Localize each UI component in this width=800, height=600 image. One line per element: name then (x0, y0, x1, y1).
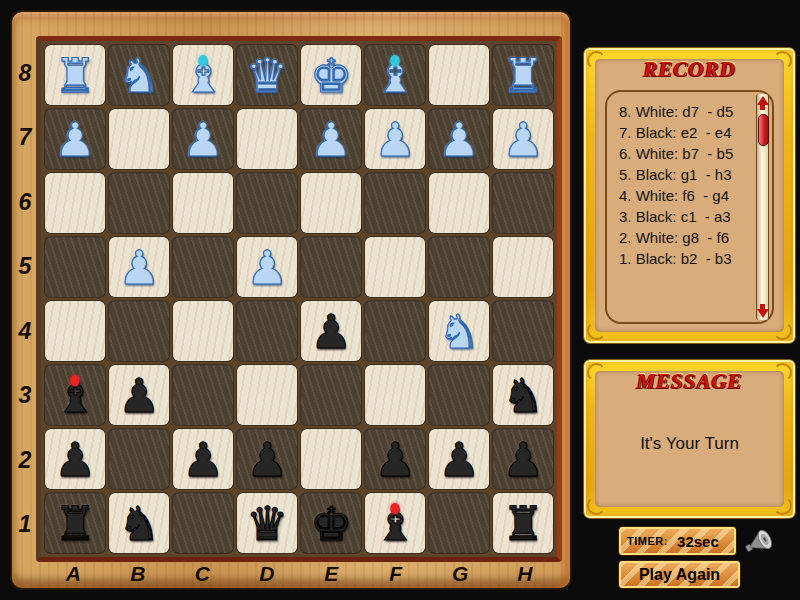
black-pawn[interactable]: ♟ (246, 436, 288, 483)
square-f2[interactable]: ♟ (365, 429, 425, 489)
ornament-corner-icon (587, 51, 606, 70)
move-entry: 3. Black: c1 - a3 (619, 206, 746, 227)
rank-label-5: 5 (14, 235, 36, 300)
chess-board-frame: 87654321 ♜♞♝♛♚♝♜♟♟♟♟♟♟♟♟♟♞♝♟♞♟♟♟♟♟♟♜♞♛♚♝… (10, 10, 572, 590)
black-pawn[interactable]: ♟ (118, 372, 160, 419)
square-b6[interactable] (109, 173, 169, 233)
white-rook[interactable]: ♜ (54, 52, 96, 99)
square-e6[interactable] (301, 173, 361, 233)
square-c1[interactable] (173, 493, 233, 553)
ornament-corner-icon (587, 363, 606, 382)
square-d7[interactable] (237, 109, 297, 169)
square-h3[interactable]: ♞ (493, 365, 553, 425)
square-g8[interactable] (429, 45, 489, 105)
black-pawn[interactable]: ♟ (374, 436, 416, 483)
file-label-h: H (493, 560, 558, 588)
message-title: MESSAGE (584, 369, 795, 394)
file-label-e: E (299, 560, 364, 588)
move-entry: 7. Black: e2 - e4 (619, 122, 746, 143)
bishop-flame-icon (70, 375, 79, 386)
black-rook[interactable]: ♜ (54, 500, 96, 547)
square-c3[interactable] (173, 365, 233, 425)
move-list-box: 8. White: d7 - d57. Black: e2 - e46. Whi… (605, 90, 774, 324)
square-d4[interactable] (237, 301, 297, 361)
square-h2[interactable]: ♟ (493, 429, 553, 489)
square-a1[interactable]: ♜ (45, 493, 105, 553)
black-bishop[interactable]: ♝ (374, 500, 416, 547)
square-g3[interactable] (429, 365, 489, 425)
square-c7[interactable]: ♟ (173, 109, 233, 169)
square-d6[interactable] (237, 173, 297, 233)
black-knight[interactable]: ♞ (118, 500, 160, 547)
square-e5[interactable] (301, 237, 361, 297)
record-title: RECORD (584, 57, 795, 82)
move-entry: 6. White: b7 - b5 (619, 143, 746, 164)
black-bishop[interactable]: ♝ (54, 372, 96, 419)
square-f3[interactable] (365, 365, 425, 425)
record-scrollbar[interactable] (756, 94, 769, 320)
move-entry: 2. White: g8 - f6 (619, 227, 746, 248)
square-c8[interactable]: ♝ (173, 45, 233, 105)
square-f4[interactable] (365, 301, 425, 361)
move-entry: 4. White: f6 - g4 (619, 185, 746, 206)
bishop-flame-icon (390, 55, 399, 66)
timer-label: TIMER: (627, 535, 668, 547)
black-knight[interactable]: ♞ (502, 372, 544, 419)
white-pawn[interactable]: ♟ (310, 116, 352, 163)
black-pawn[interactable]: ♟ (54, 436, 96, 483)
bishop-flame-icon (390, 503, 399, 514)
square-a6[interactable] (45, 173, 105, 233)
square-c2[interactable]: ♟ (173, 429, 233, 489)
square-h1[interactable]: ♜ (493, 493, 553, 553)
black-pawn[interactable]: ♟ (502, 436, 544, 483)
file-labels: ABCDEFGH (41, 560, 557, 588)
square-b3[interactable]: ♟ (109, 365, 169, 425)
square-b4[interactable] (109, 301, 169, 361)
white-knight[interactable]: ♞ (438, 308, 480, 355)
square-f5[interactable] (365, 237, 425, 297)
square-f7[interactable]: ♟ (365, 109, 425, 169)
square-g6[interactable] (429, 173, 489, 233)
timer-value: 32sec (668, 533, 728, 550)
rank-label-7: 7 (14, 106, 36, 171)
rank-label-4: 4 (14, 299, 36, 364)
square-b1[interactable]: ♞ (109, 493, 169, 553)
square-d3[interactable] (237, 365, 297, 425)
scroll-up-arrow-icon[interactable] (757, 96, 769, 110)
square-h6[interactable] (493, 173, 553, 233)
white-king[interactable]: ♚ (310, 52, 352, 99)
white-knight[interactable]: ♞ (118, 52, 160, 99)
rank-label-1: 1 (14, 493, 36, 558)
square-a3[interactable]: ♝ (45, 365, 105, 425)
square-c5[interactable] (173, 237, 233, 297)
square-e3[interactable] (301, 365, 361, 425)
message-text: It's Your Turn (584, 434, 795, 454)
message-panel: MESSAGE It's Your Turn (583, 359, 796, 519)
square-e4[interactable]: ♟ (301, 301, 361, 361)
rank-label-6: 6 (14, 170, 36, 235)
ornament-corner-icon (587, 321, 606, 340)
square-c4[interactable] (173, 301, 233, 361)
square-a7[interactable]: ♟ (45, 109, 105, 169)
square-g7[interactable]: ♟ (429, 109, 489, 169)
square-e2[interactable] (301, 429, 361, 489)
file-label-d: D (235, 560, 300, 588)
white-pawn[interactable]: ♟ (374, 116, 416, 163)
square-e1[interactable]: ♚ (301, 493, 361, 553)
rank-label-3: 3 (14, 364, 36, 429)
chess-board: ♜♞♝♛♚♝♜♟♟♟♟♟♟♟♟♟♞♝♟♞♟♟♟♟♟♟♜♞♛♚♝♜ (36, 36, 562, 562)
square-f8[interactable]: ♝ (365, 45, 425, 105)
speaker-icon[interactable] (744, 524, 776, 560)
ornament-corner-icon (773, 496, 792, 515)
record-panel: RECORD 8. White: d7 - d57. Black: e2 - e… (583, 47, 796, 344)
white-pawn[interactable]: ♟ (246, 244, 288, 291)
move-entry: 5. Black: g1 - h3 (619, 164, 746, 185)
play-again-button[interactable]: Play Again (618, 560, 741, 589)
square-a5[interactable] (45, 237, 105, 297)
move-list: 8. White: d7 - d57. Black: e2 - e46. Whi… (619, 101, 746, 269)
square-a2[interactable]: ♟ (45, 429, 105, 489)
ornament-corner-icon (773, 363, 792, 382)
square-b7[interactable] (109, 109, 169, 169)
scroll-down-arrow-icon[interactable] (757, 304, 769, 318)
square-d5[interactable]: ♟ (237, 237, 297, 297)
black-pawn[interactable]: ♟ (310, 308, 352, 355)
square-c6[interactable] (173, 173, 233, 233)
ornament-corner-icon (773, 51, 792, 70)
white-bishop[interactable]: ♝ (374, 52, 416, 99)
square-g4[interactable]: ♞ (429, 301, 489, 361)
square-g1[interactable] (429, 493, 489, 553)
square-g5[interactable] (429, 237, 489, 297)
ornament-corner-icon (587, 496, 606, 515)
square-a4[interactable] (45, 301, 105, 361)
file-label-g: G (428, 560, 493, 588)
rank-label-8: 8 (14, 41, 36, 106)
square-h8[interactable]: ♜ (493, 45, 553, 105)
rank-labels: 87654321 (14, 41, 36, 557)
black-queen[interactable]: ♛ (246, 500, 288, 547)
bishop-flame-icon (198, 55, 207, 66)
white-pawn[interactable]: ♟ (54, 116, 96, 163)
chess-app: 87654321 ♜♞♝♛♚♝♜♟♟♟♟♟♟♟♟♟♞♝♟♞♟♟♟♟♟♟♜♞♛♚♝… (0, 0, 800, 600)
white-rook[interactable]: ♜ (502, 52, 544, 99)
square-b5[interactable]: ♟ (109, 237, 169, 297)
move-entry: 8. White: d7 - d5 (619, 101, 746, 122)
square-e8[interactable]: ♚ (301, 45, 361, 105)
square-a8[interactable]: ♜ (45, 45, 105, 105)
ornament-corner-icon (773, 321, 792, 340)
file-label-c: C (170, 560, 235, 588)
square-h4[interactable] (493, 301, 553, 361)
square-f6[interactable] (365, 173, 425, 233)
black-rook[interactable]: ♜ (502, 500, 544, 547)
square-h5[interactable] (493, 237, 553, 297)
black-pawn[interactable]: ♟ (182, 436, 224, 483)
white-bishop[interactable]: ♝ (182, 52, 224, 99)
square-d1[interactable]: ♛ (237, 493, 297, 553)
white-pawn[interactable]: ♟ (502, 116, 544, 163)
black-pawn[interactable]: ♟ (438, 436, 480, 483)
file-label-f: F (364, 560, 429, 588)
square-e7[interactable]: ♟ (301, 109, 361, 169)
rank-label-2: 2 (14, 428, 36, 493)
square-d2[interactable]: ♟ (237, 429, 297, 489)
white-pawn[interactable]: ♟ (118, 244, 160, 291)
file-label-a: A (41, 560, 106, 588)
square-d8[interactable]: ♛ (237, 45, 297, 105)
square-h7[interactable]: ♟ (493, 109, 553, 169)
square-f1[interactable]: ♝ (365, 493, 425, 553)
square-b8[interactable]: ♞ (109, 45, 169, 105)
black-king[interactable]: ♚ (310, 500, 352, 547)
square-g2[interactable]: ♟ (429, 429, 489, 489)
move-entry: 1. Black: b2 - b3 (619, 248, 746, 269)
white-pawn[interactable]: ♟ (438, 116, 480, 163)
timer-box: TIMER: 32sec (618, 526, 737, 556)
scrollbar-thumb[interactable] (758, 114, 769, 146)
white-queen[interactable]: ♛ (246, 52, 288, 99)
white-pawn[interactable]: ♟ (182, 116, 224, 163)
square-b2[interactable] (109, 429, 169, 489)
file-label-b: B (106, 560, 171, 588)
